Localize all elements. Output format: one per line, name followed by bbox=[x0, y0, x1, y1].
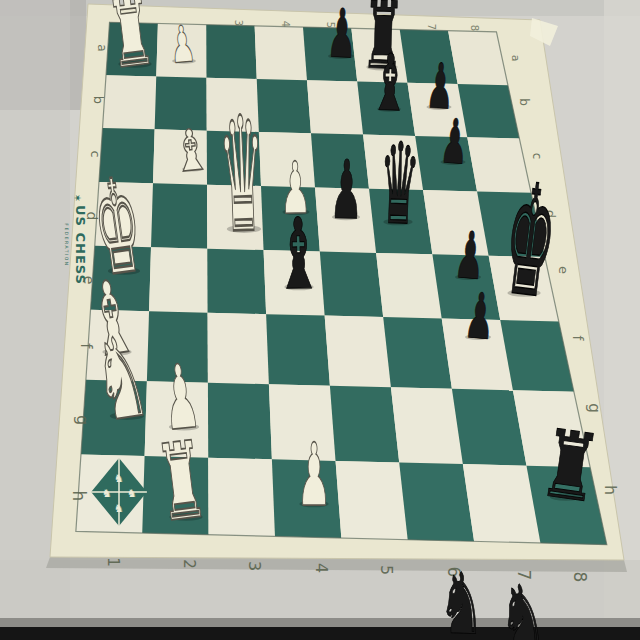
file-label-left: a bbox=[95, 44, 109, 51]
file-label-right: a bbox=[509, 55, 522, 62]
square-d2[interactable] bbox=[151, 183, 207, 248]
uschess-star-icon: ✶ bbox=[72, 194, 83, 202]
file-label-left: b bbox=[91, 96, 106, 104]
square-g5[interactable] bbox=[330, 386, 399, 463]
square-f3[interactable] bbox=[208, 313, 269, 385]
square-g3[interactable] bbox=[208, 383, 272, 460]
square-h6[interactable] bbox=[399, 462, 474, 541]
file-label-right: g bbox=[585, 403, 603, 413]
rank-label-bottom: 1 bbox=[104, 557, 122, 567]
square-h3[interactable] bbox=[208, 458, 275, 537]
corner-logo-knight-icon: ♞ bbox=[114, 502, 124, 515]
file-label-right: b bbox=[517, 98, 531, 106]
captured-black-knight[interactable]: ♞ bbox=[497, 566, 549, 640]
black-bishop-b6[interactable]: ♝ bbox=[369, 37, 411, 130]
rank-label-bottom: 4 bbox=[312, 563, 331, 573]
black-queen-d6[interactable]: ♛ bbox=[377, 119, 422, 250]
corner-logo-knight-icon: ♞ bbox=[114, 472, 124, 485]
rank-label-top: 7 bbox=[426, 24, 437, 30]
rank-label-bottom: 3 bbox=[245, 561, 264, 571]
square-h5[interactable] bbox=[336, 461, 408, 540]
corner-logo-knight-icon: ♞ bbox=[102, 487, 112, 500]
white-pawn-a2[interactable]: ♟ bbox=[167, 14, 198, 75]
uschess-wordmark-sub: FEDERATION bbox=[64, 223, 69, 266]
square-f6[interactable] bbox=[383, 317, 452, 389]
file-label-left: h bbox=[69, 491, 89, 502]
white-bishop-c2[interactable]: ♝ bbox=[169, 116, 213, 185]
file-label-right: h bbox=[601, 485, 620, 495]
white-queen-d3[interactable]: ♛ bbox=[217, 82, 268, 268]
file-label-right: e bbox=[556, 266, 571, 274]
square-b5[interactable] bbox=[307, 80, 363, 134]
rank-label-top: 8 bbox=[469, 25, 480, 31]
square-a3[interactable] bbox=[206, 25, 256, 79]
rank-label-top: 3 bbox=[233, 20, 244, 26]
corner-logo-knight-icon: ♞ bbox=[127, 487, 137, 500]
black-pawn-a5[interactable]: ♟ bbox=[326, 0, 358, 74]
rank-label-bottom: 5 bbox=[377, 565, 396, 575]
file-label-left: g bbox=[73, 415, 92, 425]
black-pawn-c7[interactable]: ♟ bbox=[438, 105, 470, 178]
square-e6[interactable] bbox=[376, 253, 442, 319]
square-g6[interactable] bbox=[391, 387, 463, 464]
square-f5[interactable] bbox=[325, 316, 391, 388]
black-bishop-e4[interactable]: ♝ bbox=[274, 197, 324, 312]
captured-black-knight[interactable]: ♞ bbox=[437, 554, 487, 640]
square-e5[interactable] bbox=[320, 251, 383, 317]
black-pawn-d5[interactable]: ♟ bbox=[329, 143, 364, 238]
white-pawn-h4[interactable]: ♟ bbox=[297, 425, 331, 526]
rank-label-bottom: 2 bbox=[180, 559, 198, 569]
square-a4[interactable] bbox=[255, 26, 307, 80]
square-e2[interactable] bbox=[149, 247, 208, 312]
square-b4[interactable] bbox=[257, 79, 311, 133]
square-f4[interactable] bbox=[266, 314, 330, 386]
rank-label-top: 4 bbox=[280, 21, 291, 27]
chessboard-photo: ♞♞♞♞✶US CHESSFEDERATION12345678345678abc… bbox=[0, 0, 640, 640]
rank-label-bottom: 8 bbox=[570, 572, 590, 583]
